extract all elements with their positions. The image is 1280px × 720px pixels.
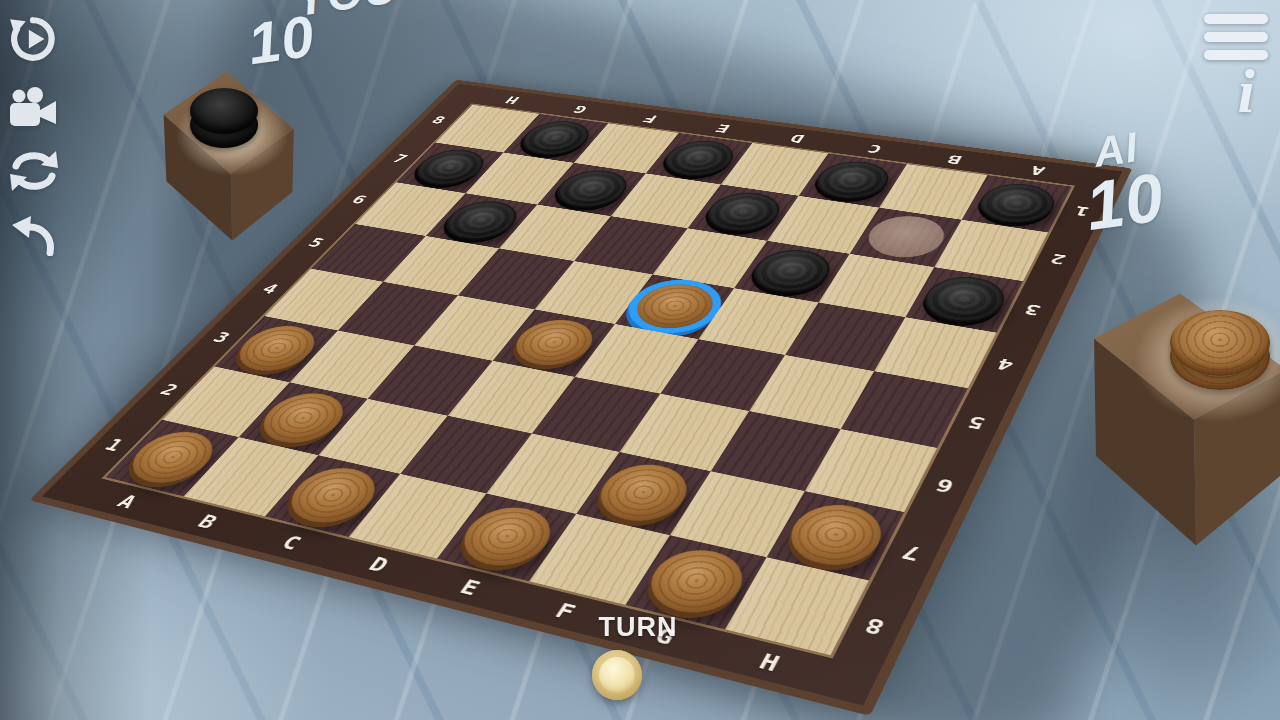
info-icon: i <box>1237 57 1254 125</box>
camera-view-button[interactable] <box>6 86 60 134</box>
captured-tray-brown <box>1088 288 1280 568</box>
captured-black-disc <box>190 88 258 134</box>
black-piece[interactable] <box>807 158 898 203</box>
menu-button[interactable] <box>1204 14 1268 60</box>
captured-tray-black <box>158 66 298 246</box>
captured-brown-disc <box>1170 310 1270 376</box>
black-piece[interactable] <box>915 272 1014 327</box>
undo-button[interactable] <box>10 210 58 256</box>
restart-icon <box>8 14 58 64</box>
turn-label: TURN <box>558 612 718 643</box>
info-button[interactable]: i <box>1224 58 1268 124</box>
ghost-move-preview-piece[interactable] <box>859 212 954 262</box>
flip-orientation-icon <box>8 144 60 198</box>
black-piece[interactable] <box>971 180 1063 228</box>
undo-arrow-icon <box>10 210 58 256</box>
ai-score-value: 10 <box>1081 157 1169 245</box>
flip-board-button[interactable] <box>8 144 60 198</box>
player-score-value: 10 <box>244 2 319 78</box>
hamburger-menu-icon <box>1204 32 1268 42</box>
hamburger-menu-icon <box>1204 14 1268 24</box>
restart-button[interactable] <box>8 14 58 64</box>
video-camera-icon <box>6 86 60 134</box>
brown-piece[interactable] <box>778 498 893 573</box>
game-scene: HGFEDCBA ABCDEFGH 87654321 12345678 YOU … <box>0 0 1280 720</box>
turn-indicator-coin <box>592 650 642 700</box>
